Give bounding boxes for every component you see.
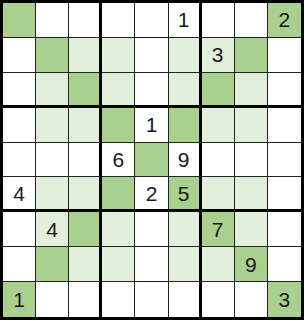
cell-r6c6[interactable]: 5 (169, 177, 202, 212)
cell-r4c4[interactable] (102, 108, 135, 143)
cell-r5c3[interactable] (69, 143, 102, 178)
cell-r9c5[interactable] (135, 282, 168, 317)
cell-r7c5[interactable] (135, 212, 168, 247)
cell-r6c1[interactable]: 4 (3, 177, 36, 212)
cell-r2c8[interactable] (235, 38, 268, 73)
cell-r6c9[interactable] (268, 177, 301, 212)
cell-r5c6[interactable]: 9 (169, 143, 202, 178)
cell-r8c1[interactable] (3, 247, 36, 282)
cell-r2c7[interactable]: 3 (202, 38, 235, 73)
cell-r2c3[interactable] (69, 38, 102, 73)
cell-r7c3[interactable] (69, 212, 102, 247)
cell-r4c8[interactable] (235, 108, 268, 143)
cell-r8c7[interactable] (202, 247, 235, 282)
cell-r3c4[interactable] (102, 73, 135, 108)
cell-r1c4[interactable] (102, 3, 135, 38)
cell-r9c4[interactable] (102, 282, 135, 317)
cell-r3c3[interactable] (69, 73, 102, 108)
cell-r7c9[interactable] (268, 212, 301, 247)
cell-r5c8[interactable] (235, 143, 268, 178)
cell-r1c6[interactable]: 1 (169, 3, 202, 38)
cell-r7c2[interactable]: 4 (36, 212, 69, 247)
cell-r6c2[interactable] (36, 177, 69, 212)
cell-r2c1[interactable] (3, 38, 36, 73)
cell-r5c7[interactable] (202, 143, 235, 178)
cell-r2c9[interactable] (268, 38, 301, 73)
sudoku-board: 12316942547913 (0, 0, 304, 320)
cell-r8c3[interactable] (69, 247, 102, 282)
cell-r3c6[interactable] (169, 73, 202, 108)
cell-r4c9[interactable] (268, 108, 301, 143)
cell-r3c7[interactable] (202, 73, 235, 108)
cell-r4c1[interactable] (3, 108, 36, 143)
cell-r9c8[interactable] (235, 282, 268, 317)
cell-r5c4[interactable]: 6 (102, 143, 135, 178)
cell-r6c8[interactable] (235, 177, 268, 212)
cell-r3c1[interactable] (3, 73, 36, 108)
cell-r1c9[interactable]: 2 (268, 3, 301, 38)
cell-r7c6[interactable] (169, 212, 202, 247)
cell-r6c7[interactable] (202, 177, 235, 212)
cell-r2c6[interactable] (169, 38, 202, 73)
cell-r4c7[interactable] (202, 108, 235, 143)
cell-r5c5[interactable] (135, 143, 168, 178)
cell-r5c9[interactable] (268, 143, 301, 178)
cell-r9c3[interactable] (69, 282, 102, 317)
cell-r1c7[interactable] (202, 3, 235, 38)
cell-r2c4[interactable] (102, 38, 135, 73)
cell-r8c2[interactable] (36, 247, 69, 282)
cell-r6c3[interactable] (69, 177, 102, 212)
cell-r1c2[interactable] (36, 3, 69, 38)
cell-r8c9[interactable] (268, 247, 301, 282)
cell-r7c4[interactable] (102, 212, 135, 247)
cell-r8c4[interactable] (102, 247, 135, 282)
cell-r8c6[interactable] (169, 247, 202, 282)
cell-r7c7[interactable]: 7 (202, 212, 235, 247)
cell-r5c1[interactable] (3, 143, 36, 178)
cell-r1c8[interactable] (235, 3, 268, 38)
cell-r5c2[interactable] (36, 143, 69, 178)
cell-r4c6[interactable] (169, 108, 202, 143)
cell-r1c5[interactable] (135, 3, 168, 38)
cell-r9c7[interactable] (202, 282, 235, 317)
cell-r2c2[interactable] (36, 38, 69, 73)
cell-r2c5[interactable] (135, 38, 168, 73)
cell-r4c5[interactable]: 1 (135, 108, 168, 143)
cell-r9c1[interactable]: 1 (3, 282, 36, 317)
cell-r8c8[interactable]: 9 (235, 247, 268, 282)
cell-r1c1[interactable] (3, 3, 36, 38)
cell-r3c9[interactable] (268, 73, 301, 108)
cell-r7c1[interactable] (3, 212, 36, 247)
cell-r9c2[interactable] (36, 282, 69, 317)
cell-r4c3[interactable] (69, 108, 102, 143)
cell-r3c2[interactable] (36, 73, 69, 108)
cell-r9c6[interactable] (169, 282, 202, 317)
cell-r1c3[interactable] (69, 3, 102, 38)
cell-r8c5[interactable] (135, 247, 168, 282)
cell-r9c9[interactable]: 3 (268, 282, 301, 317)
cell-r7c8[interactable] (235, 212, 268, 247)
cell-r6c5[interactable]: 2 (135, 177, 168, 212)
cell-r3c8[interactable] (235, 73, 268, 108)
cell-r4c2[interactable] (36, 108, 69, 143)
cell-r6c4[interactable] (102, 177, 135, 212)
cell-r3c5[interactable] (135, 73, 168, 108)
